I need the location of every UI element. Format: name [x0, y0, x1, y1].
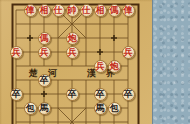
board-grid — [0, 0, 152, 124]
piece-red-仕[interactable]: 仕 — [52, 4, 65, 17]
piece-red-兵[interactable]: 兵 — [10, 46, 23, 59]
piece-red-相[interactable]: 相 — [38, 4, 51, 17]
piece-black-馬[interactable]: 馬 — [38, 102, 51, 115]
piece-black-包[interactable]: 包 — [108, 102, 121, 115]
piece-black-馬[interactable]: 馬 — [94, 102, 107, 115]
piece-black-卒[interactable]: 卒 — [10, 88, 23, 101]
piece-black-卒[interactable]: 卒 — [38, 74, 51, 87]
piece-red-相[interactable]: 相 — [94, 4, 107, 17]
piece-red-炮[interactable]: 炮 — [108, 60, 121, 73]
piece-red-傌[interactable]: 傌 — [38, 32, 51, 45]
piece-black-卒[interactable]: 卒 — [122, 88, 135, 101]
piece-red-仕[interactable]: 仕 — [80, 4, 93, 17]
piece-red-帥[interactable]: 帥 — [66, 4, 79, 17]
piece-red-兵[interactable]: 兵 — [122, 46, 135, 59]
piece-red-傌[interactable]: 傌 — [108, 4, 121, 17]
piece-red-兵[interactable]: 兵 — [94, 60, 107, 73]
piece-red-炮[interactable]: 炮 — [66, 32, 79, 45]
piece-black-卒[interactable]: 卒 — [66, 88, 79, 101]
piece-black-卒[interactable]: 卒 — [94, 88, 107, 101]
xiangqi-board[interactable]: 楚河 漢界 俥相仕帥仕相傌俥傌炮兵兵兵兵兵炮卒卒卒卒卒包馬馬包 — [0, 0, 152, 124]
piece-black-包[interactable]: 包 — [24, 102, 37, 115]
piece-red-兵[interactable]: 兵 — [66, 46, 79, 59]
piece-red-俥[interactable]: 俥 — [122, 4, 135, 17]
piece-red-兵[interactable]: 兵 — [38, 46, 51, 59]
piece-red-俥[interactable]: 俥 — [24, 4, 37, 17]
xiangqi-game-window: 楚河 漢界 俥相仕帥仕相傌俥傌炮兵兵兵兵兵炮卒卒卒卒卒包馬馬包 — [0, 0, 190, 124]
desktop-background — [152, 0, 190, 124]
